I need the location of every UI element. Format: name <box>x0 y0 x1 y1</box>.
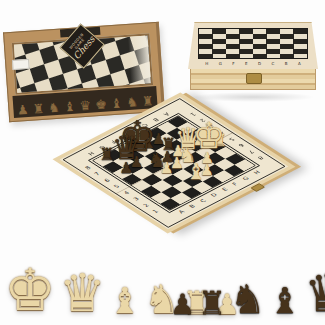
coord-label: A <box>162 111 170 116</box>
coord-label: 6 <box>236 143 244 148</box>
tray-piece-white-b: ♝ <box>109 283 141 319</box>
box-silhouette-piece: ♚ <box>95 98 108 112</box>
coord-label: F <box>232 61 234 66</box>
tray-piece-white-q: ♛ <box>59 267 106 319</box>
coord-label: 5 <box>227 137 235 142</box>
coord-label: E <box>221 187 229 192</box>
coord-label: B <box>285 61 288 66</box>
coord-label: 7 <box>94 172 102 177</box>
tray-piece-black-n: ♞ <box>230 279 266 319</box>
box-silhouette-piece: ♞ <box>126 95 139 109</box>
light-pieces-tray: ♚♛♝♞♜♟ <box>4 261 156 319</box>
coord-label: 8 <box>256 155 264 160</box>
coord-label: C <box>272 61 275 66</box>
coord-label: H <box>253 170 262 175</box>
coord-label: 8 <box>84 166 92 171</box>
tray-piece-black-b: ♝ <box>269 283 301 319</box>
board-frame: ABCDEFGH ABCDEFGH 87654321 87654321 ♜♛♚♝… <box>60 97 289 230</box>
folded-board-letters: HGFEDCBA <box>200 61 306 66</box>
chess-piece-white-b-d2: ♝ <box>186 161 206 183</box>
box-silhouette-piece: ♝ <box>63 100 76 114</box>
coord-label: D <box>258 61 261 66</box>
coord-label: 2 <box>142 203 150 208</box>
coord-label: A <box>298 61 301 66</box>
product-photo: WOODEN GAME Chess ♟♜♞♝♛♚♝♞♜ HGFEDCBA ABC… <box>0 0 325 325</box>
folded-board-squares <box>198 28 308 59</box>
coord-label: 6 <box>104 178 112 183</box>
coord-label: H <box>205 61 208 66</box>
coord-label: H <box>86 151 95 156</box>
coord-label: B <box>189 204 197 209</box>
coord-label: G <box>219 61 222 66</box>
coord-label: 4 <box>123 191 131 196</box>
box-silhouette-piece: ♟ <box>17 103 30 117</box>
coord-label: C <box>199 199 207 204</box>
coord-label: A <box>178 210 186 215</box>
box-silhouette-piece: ♝ <box>110 96 123 110</box>
folded-board-shadow <box>191 92 316 102</box>
folded-board-top: HGFEDCBA <box>188 22 318 69</box>
coord-label: 1 <box>152 210 160 215</box>
tray-piece-white-k: ♚ <box>4 261 56 319</box>
coord-label: 3 <box>133 197 141 202</box>
tray-piece-black-p: ♟ <box>170 291 195 319</box>
folded-board: HGFEDCBA <box>188 22 318 96</box>
coord-label: 7 <box>246 149 254 154</box>
coord-label: F <box>232 182 240 187</box>
folded-board-front <box>190 69 316 90</box>
coord-label: D <box>210 193 219 198</box>
chess-piece-black-p-a6: ♟ <box>119 160 132 175</box>
box-sticker <box>12 59 30 70</box>
box-silhouette-piece: ♞ <box>48 101 61 115</box>
box-silhouette-piece: ♛ <box>79 99 92 113</box>
box-window-sheet <box>128 35 151 84</box>
box-silhouette-piece: ♜ <box>32 102 45 116</box>
coord-label: 5 <box>113 185 121 190</box>
chess-piece-white-p-c4: ♟ <box>160 162 173 177</box>
tray-piece-black-r: ♜ <box>198 287 227 319</box>
product-box: WOODEN GAME Chess ♟♜♞♝♛♚♝♞♜ <box>3 22 165 123</box>
coord-label: G <box>242 176 251 181</box>
dark-pieces-tray: ♟♜♞♝♛♚ <box>170 261 322 319</box>
board-grid: ♜♛♚♝♟♟♟♜♞♟♟♛♟♟♟♞♚♜♟♝♟ <box>92 115 256 210</box>
tray-piece-black-q: ♛ <box>304 267 325 319</box>
brass-clasp-icon <box>246 73 262 84</box>
coord-label: E <box>245 61 248 66</box>
